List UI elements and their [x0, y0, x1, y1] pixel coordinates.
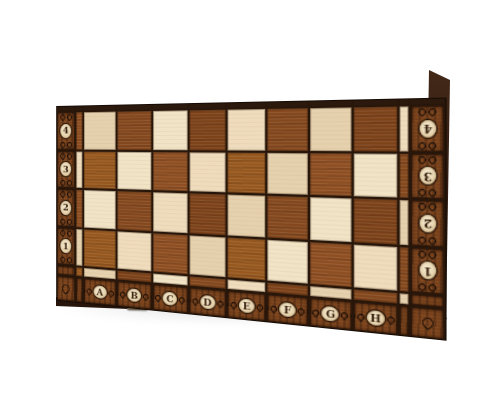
scroll-ornament-icon [419, 108, 437, 115]
coordinate-disc: 1 [420, 261, 437, 280]
coordinate-glyph: D [203, 297, 211, 308]
scroll-ornament-icon [419, 250, 437, 258]
coordinate-glyph: 2 [63, 203, 69, 213]
file-label-g: G [310, 298, 352, 330]
coordinate-glyph: B [130, 290, 137, 300]
scroll-ornament-icon [60, 141, 72, 147]
board-top-face: 44332211ABCDEFGH [57, 99, 445, 340]
square-h4 [354, 107, 398, 151]
scroll-ornament-icon [118, 290, 126, 297]
inlay-strip-left-2 [76, 190, 82, 227]
coordinate-disc: G [322, 306, 339, 322]
scroll-ornament-icon [268, 304, 277, 312]
coordinate-glyph: 1 [63, 241, 69, 251]
scroll-ornament-icon [179, 296, 187, 303]
scroll-ornament-icon [228, 300, 237, 308]
square-d4 [189, 110, 225, 150]
box-back-edge [118, 105, 151, 110]
border-segment [57, 266, 75, 276]
coordinate-disc: 4 [60, 124, 71, 138]
inlay-strip-front-a [84, 268, 116, 279]
file-label-a: A [84, 279, 116, 306]
box-back-edge [354, 100, 398, 105]
scroll-ornament-icon [419, 236, 437, 244]
rank-label-left-4: 4 [57, 112, 75, 149]
scroll-ornament-icon [60, 191, 72, 197]
square-g3 [310, 153, 352, 197]
square-g2 [310, 197, 352, 242]
square-d2 [189, 193, 225, 234]
rank-label-right-1: 1 [411, 247, 444, 294]
square-g1 [310, 242, 352, 288]
coordinate-disc: 2 [420, 214, 437, 232]
coordinate-disc: 1 [60, 239, 71, 254]
border-segment [400, 306, 409, 336]
border-segment [411, 294, 444, 307]
scroll-ornament-icon [60, 257, 72, 264]
file-label-d: D [189, 288, 225, 317]
coordinate-glyph: H [370, 312, 381, 324]
rank-label-left-2: 2 [57, 189, 75, 226]
square-e4 [228, 109, 266, 150]
square-b3 [118, 151, 151, 190]
inlay-strip-front-c [153, 273, 188, 285]
file-label-f: F [268, 294, 308, 325]
inlay-strip-left-1 [76, 229, 82, 266]
square-a1 [84, 229, 116, 269]
coordinate-disc: 3 [60, 162, 71, 176]
inlay-strip-front-h [354, 290, 398, 304]
square-f4 [268, 108, 308, 150]
square-h1 [354, 244, 398, 291]
box-back-edge [400, 99, 409, 104]
scroll-ornament-icon [419, 156, 437, 163]
scroll-ornament-icon [419, 142, 437, 149]
coordinate-glyph: 3 [63, 164, 69, 174]
scroll-ornament-icon [387, 316, 398, 325]
box-back-edge [268, 102, 308, 107]
scroll-ornament-icon [60, 180, 72, 186]
scroll-ornament-icon [310, 308, 320, 316]
coordinate-disc: C [163, 291, 177, 306]
coordinate-glyph: F [284, 304, 291, 315]
coordinate-disc: A [93, 285, 106, 299]
scroll-ornament-icon [217, 300, 226, 308]
corner-ornament-bottom-right [411, 307, 444, 339]
scroll-ornament-icon [189, 297, 198, 304]
square-e3 [228, 152, 266, 194]
square-b4 [118, 111, 151, 150]
square-e1 [228, 237, 266, 280]
inlay-strip-corner-left [76, 267, 82, 276]
inlay-strip-front-e [228, 279, 266, 292]
rank-label-right-4: 4 [411, 106, 444, 151]
inlay-strip-front-d [189, 276, 225, 288]
corner-ornament-bottom-left [57, 276, 75, 301]
coordinate-disc: 3 [420, 167, 437, 185]
scroll-ornament-icon [60, 114, 72, 120]
square-d1 [189, 235, 225, 277]
coordinate-glyph: E [243, 301, 251, 312]
square-f2 [268, 196, 308, 239]
inlay-strip-corner-right [400, 293, 409, 304]
scroll-ornament-icon [341, 312, 351, 320]
scroll-ornament-icon [354, 312, 364, 320]
box-back-edge [76, 106, 82, 110]
file-label-b: B [118, 281, 151, 309]
rank-label-left-3: 3 [57, 151, 75, 188]
box-back-edge [228, 103, 266, 108]
file-label-h: H [354, 302, 398, 335]
scroll-ornament-icon [60, 230, 72, 236]
coordinate-glyph: G [326, 308, 335, 319]
rank-label-right-2: 2 [411, 200, 444, 246]
square-c2 [153, 192, 188, 233]
coordinate-disc: B [127, 288, 141, 302]
box-back-edge [57, 107, 75, 111]
box-back-edge [411, 99, 444, 104]
square-f3 [268, 152, 308, 194]
square-h2 [354, 198, 398, 244]
square-e2 [228, 195, 266, 237]
scroll-ornament-icon [422, 317, 433, 329]
coordinate-glyph: 2 [423, 217, 432, 229]
rank-label-left-1: 1 [57, 227, 75, 265]
coordinate-glyph: 3 [423, 170, 432, 182]
scroll-ornament-icon [257, 304, 266, 312]
file-label-c: C [153, 284, 188, 313]
inlay-strip-front-f [268, 283, 308, 296]
square-a4 [84, 112, 116, 150]
square-a2 [84, 190, 116, 229]
coordinate-disc: 4 [420, 120, 437, 138]
scroll-ornament-icon [419, 189, 437, 196]
square-a3 [84, 151, 116, 189]
inlay-strip-left-3 [76, 151, 82, 188]
scroll-ornament-icon [60, 153, 72, 159]
inlay-strip-right-2 [400, 200, 409, 245]
square-c3 [153, 152, 188, 192]
square-h3 [354, 153, 398, 198]
rank-label-right-3: 3 [411, 153, 444, 199]
inlay-strip-right-1 [400, 247, 409, 292]
inlay-strip-front-b [118, 271, 151, 283]
square-b1 [118, 231, 151, 271]
coordinate-glyph: 4 [63, 126, 69, 136]
product-photo: 44332211ABCDEFGH [0, 0, 500, 400]
scroll-ornament-icon [84, 287, 91, 294]
scroll-ornament-icon [153, 294, 161, 301]
scroll-ornament-icon [419, 283, 437, 291]
scroll-ornament-icon [143, 293, 151, 300]
square-g4 [310, 107, 352, 150]
box-back-edge [84, 106, 116, 111]
square-c4 [153, 110, 188, 149]
inlay-strip-front-g [310, 286, 352, 299]
coordinate-disc: E [239, 298, 255, 313]
scroll-ornament-icon [60, 218, 72, 224]
coordinate-disc: D [200, 295, 215, 310]
scroll-ornament-icon [419, 203, 437, 211]
box-back-edge [189, 103, 225, 108]
inlay-strip-right-3 [400, 153, 409, 198]
scroll-ornament-icon [298, 307, 308, 315]
inlay-strip-right-4 [400, 106, 409, 151]
file-label-e: E [228, 291, 266, 321]
square-d3 [189, 152, 225, 193]
coordinate-disc: H [367, 310, 385, 327]
coordinate-glyph: A [97, 287, 103, 297]
box-back-edge [310, 101, 352, 106]
square-b2 [118, 191, 151, 231]
coordinate-glyph: 4 [423, 123, 432, 135]
coordinate-glyph: 1 [423, 265, 432, 277]
coordinate-disc: 2 [60, 200, 71, 215]
scroll-ornament-icon [62, 284, 70, 293]
border-segment [76, 278, 82, 303]
coordinate-disc: F [279, 302, 295, 318]
square-c1 [153, 233, 188, 274]
coordinate-glyph: C [166, 294, 173, 304]
inlay-strip-left-4 [76, 112, 82, 149]
square-f1 [268, 239, 308, 283]
scroll-ornament-icon [108, 290, 116, 297]
box-back-edge [153, 104, 188, 109]
